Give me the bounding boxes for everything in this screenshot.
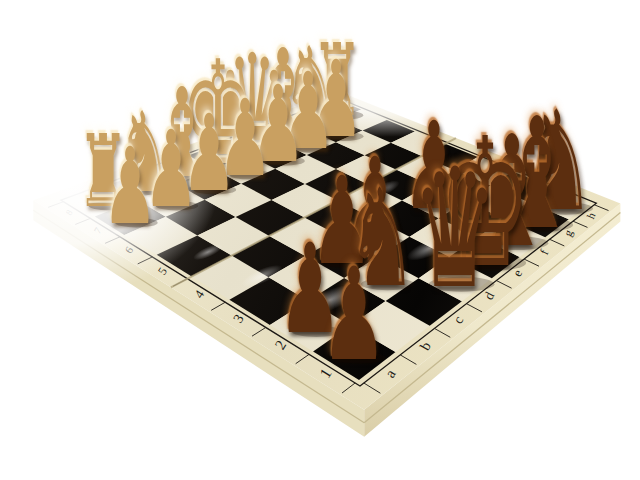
chess-board: 12345678abcdefgh bbox=[0, 0, 640, 480]
piece-shadow bbox=[357, 237, 405, 248]
piece-shadow bbox=[231, 142, 284, 154]
piece-shadow bbox=[156, 201, 198, 211]
piece-shadow bbox=[428, 277, 494, 292]
piece-shadow bbox=[262, 156, 304, 166]
piece-shadow bbox=[229, 170, 271, 180]
piece-shadow bbox=[455, 255, 526, 271]
piece-shadow bbox=[416, 201, 464, 212]
piece-shadow bbox=[127, 185, 171, 195]
chess-photo-scene: 12345678abcdefgh ♜♞♝♟♟♛♟♚♟♝♟♞♟♜♟♞♟♝♟♝♟♚♞… bbox=[0, 0, 640, 480]
piece-shadow bbox=[196, 155, 253, 168]
piece-shadow bbox=[115, 218, 157, 228]
piece-shadow bbox=[89, 201, 129, 210]
piece-shadow bbox=[324, 257, 372, 268]
piece-shadow bbox=[538, 202, 593, 214]
piece-shadow bbox=[321, 132, 363, 142]
piece-shadow bbox=[194, 185, 236, 195]
piece-shadow bbox=[292, 326, 342, 337]
piece-shadow bbox=[323, 111, 363, 120]
piece-shadow bbox=[164, 170, 213, 181]
piece-shadow bbox=[295, 120, 339, 130]
piece-shadow bbox=[512, 218, 573, 232]
piece-shadow bbox=[361, 278, 415, 290]
piece-shadow bbox=[264, 131, 313, 142]
piece-shadow bbox=[335, 352, 386, 364]
piece-shadow bbox=[487, 236, 548, 250]
piece-shadow bbox=[293, 143, 335, 153]
overexposure-wash bbox=[210, 27, 560, 137]
